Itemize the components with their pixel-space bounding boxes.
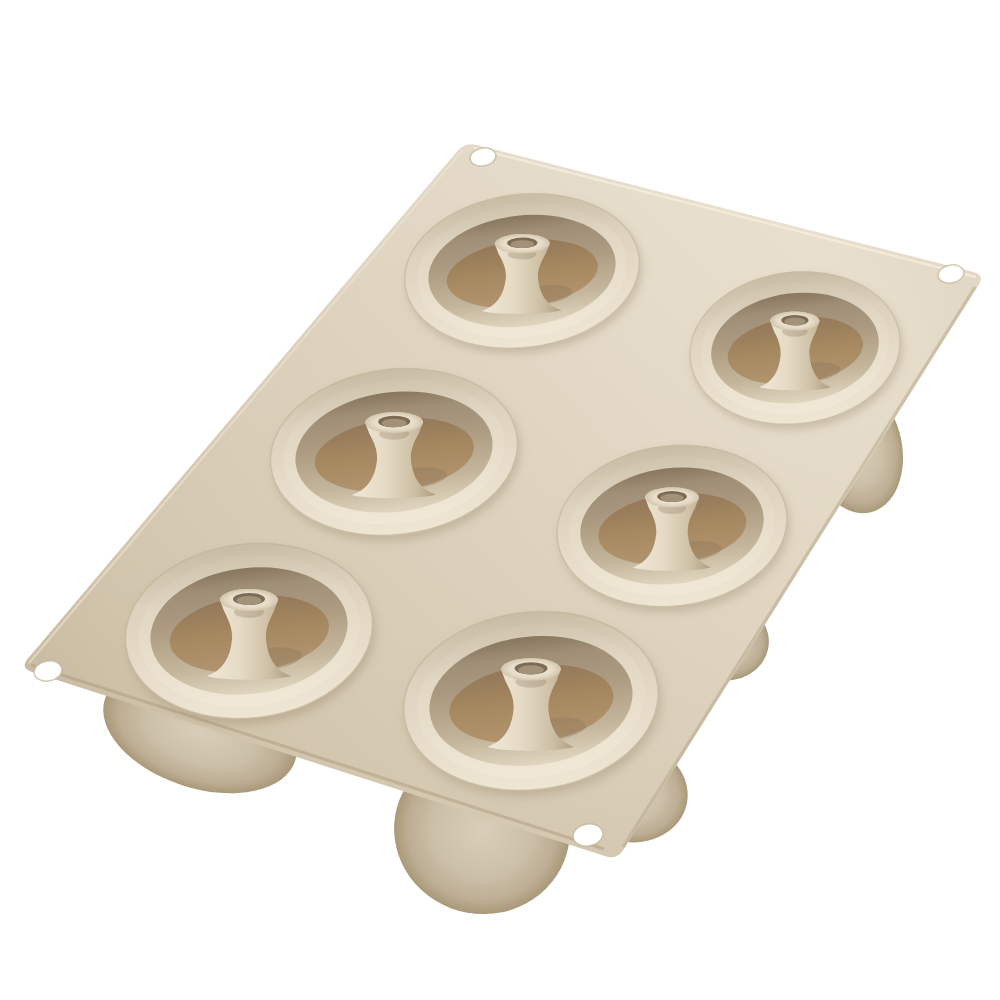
donut-mold-photo: [0, 0, 1000, 1000]
product-photo-canvas: [0, 0, 1000, 1000]
